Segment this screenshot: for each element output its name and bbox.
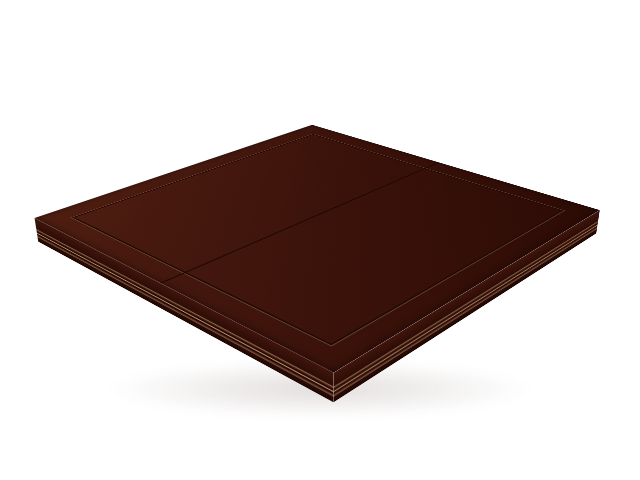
board-top-face [35,125,600,373]
board-grid [75,135,561,344]
product-photo [0,0,640,480]
chessboard [35,125,600,373]
chessboard-scene [0,0,640,480]
